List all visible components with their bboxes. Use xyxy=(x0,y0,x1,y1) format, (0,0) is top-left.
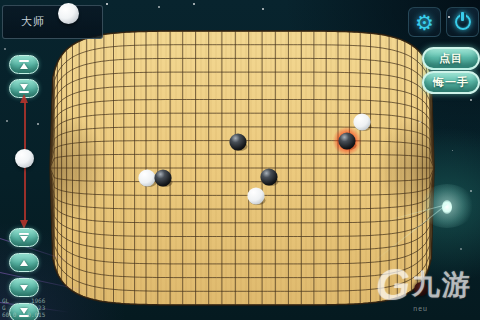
stone-black[interactable] xyxy=(229,133,246,150)
undo-move-button[interactable]: 悔一手 xyxy=(422,71,480,94)
gear-icon: ⚙ xyxy=(415,12,434,33)
stone-white[interactable] xyxy=(353,113,370,130)
stone-black[interactable] xyxy=(260,168,277,185)
arrow-down-bar-icon xyxy=(20,84,28,90)
triangle-up-icon xyxy=(20,260,28,266)
settings-button[interactable]: ⚙ xyxy=(408,7,441,37)
stone-black[interactable] xyxy=(154,169,171,186)
prev-move-button[interactable] xyxy=(9,253,39,272)
arrow-up-bar-icon xyxy=(19,60,29,62)
power-icon xyxy=(455,14,471,30)
bar-arrow-down-icon xyxy=(19,233,29,235)
player-panel: 大师 xyxy=(2,5,103,39)
jump-first-button[interactable] xyxy=(9,55,39,74)
stone-bowl xyxy=(414,282,428,296)
jump-last-button[interactable] xyxy=(9,303,39,320)
stone-black[interactable] xyxy=(338,132,355,149)
undo-move-label: 悔一手 xyxy=(433,75,469,90)
power-exit-button[interactable] xyxy=(446,7,479,37)
step-end-button[interactable] xyxy=(9,228,39,247)
next-move-button[interactable] xyxy=(9,278,39,297)
triangle-down-icon xyxy=(20,285,28,291)
stone-white[interactable] xyxy=(247,187,264,204)
stone-white[interactable] xyxy=(138,169,155,186)
triangle-down-bar-icon xyxy=(20,308,28,314)
game-screen: 大师 ⚙ 点目 悔一手 GL 196 xyxy=(0,0,480,320)
player-stone-color-white xyxy=(58,3,79,24)
count-points-button[interactable]: 点目 xyxy=(422,47,480,70)
player-name: 大师 xyxy=(21,14,45,29)
zoom-slider-handle[interactable] xyxy=(15,149,34,168)
go-board[interactable] xyxy=(0,0,480,320)
count-points-label: 点目 xyxy=(439,51,463,66)
